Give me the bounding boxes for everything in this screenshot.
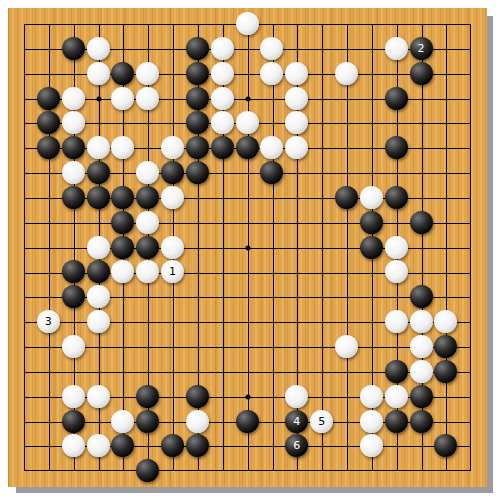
stone-white[interactable] (360, 410, 383, 433)
stone-black[interactable] (410, 410, 433, 433)
stone-white[interactable] (87, 236, 110, 259)
stone-white[interactable] (385, 385, 408, 408)
stone-white[interactable] (236, 111, 259, 134)
stone-white[interactable] (360, 385, 383, 408)
stone-black[interactable] (186, 161, 209, 184)
stone-black[interactable] (87, 186, 110, 209)
stone-black[interactable] (186, 111, 209, 134)
stone-white[interactable] (211, 111, 234, 134)
stone-black[interactable] (260, 161, 283, 184)
stone-black[interactable] (37, 87, 60, 110)
stone-black[interactable] (136, 236, 159, 259)
stone-black[interactable] (62, 136, 85, 159)
stone-black[interactable] (385, 186, 408, 209)
stone-black[interactable] (385, 136, 408, 159)
stone-white[interactable] (385, 37, 408, 60)
stone-black[interactable] (111, 236, 134, 259)
stone-black[interactable] (186, 37, 209, 60)
stone-white[interactable] (87, 285, 110, 308)
stone-white[interactable] (285, 136, 308, 159)
stone-white[interactable] (285, 62, 308, 85)
stone-black[interactable] (186, 434, 209, 457)
stone-black[interactable] (186, 136, 209, 159)
stone-white[interactable] (136, 260, 159, 283)
stone-white[interactable] (260, 62, 283, 85)
stone-black[interactable] (410, 385, 433, 408)
stone-white[interactable] (62, 161, 85, 184)
go-board[interactable]: 213456 (8, 8, 487, 487)
stone-black[interactable] (62, 410, 85, 433)
stone-white[interactable] (136, 87, 159, 110)
stone-white[interactable] (385, 310, 408, 333)
stone-white[interactable] (161, 236, 184, 259)
stone-black[interactable] (360, 236, 383, 259)
stone-white[interactable] (111, 260, 134, 283)
stone-white[interactable] (111, 410, 134, 433)
stone-black[interactable] (186, 385, 209, 408)
stone-white[interactable] (236, 12, 259, 35)
stone-white[interactable] (136, 161, 159, 184)
stone-black[interactable] (136, 410, 159, 433)
stone-white-move-1[interactable]: 1 (161, 260, 184, 283)
stone-white[interactable] (136, 211, 159, 234)
stone-white[interactable] (285, 87, 308, 110)
stone-white[interactable] (385, 236, 408, 259)
stone-black[interactable] (186, 87, 209, 110)
stone-white[interactable] (87, 385, 110, 408)
stone-black[interactable] (434, 434, 457, 457)
stone-white[interactable] (335, 335, 358, 358)
stone-white[interactable] (385, 260, 408, 283)
stone-white[interactable] (62, 385, 85, 408)
stone-white[interactable] (360, 434, 383, 457)
stone-white[interactable] (335, 62, 358, 85)
stone-black-move-2[interactable]: 2 (410, 37, 433, 60)
stone-black[interactable] (434, 335, 457, 358)
stone-black[interactable] (136, 186, 159, 209)
stone-black[interactable] (87, 260, 110, 283)
stone-black[interactable] (161, 434, 184, 457)
stone-black[interactable] (87, 161, 110, 184)
stone-white[interactable] (111, 87, 134, 110)
stone-black[interactable] (62, 285, 85, 308)
stone-black[interactable] (62, 260, 85, 283)
stone-white[interactable] (87, 136, 110, 159)
stone-white[interactable] (62, 434, 85, 457)
stone-black-move-6[interactable]: 6 (285, 434, 308, 457)
stone-white[interactable] (87, 62, 110, 85)
stone-white[interactable] (87, 434, 110, 457)
stone-black[interactable] (211, 136, 234, 159)
stone-white[interactable] (87, 37, 110, 60)
stone-black[interactable] (136, 459, 159, 482)
stone-black[interactable] (111, 434, 134, 457)
stone-black[interactable] (335, 186, 358, 209)
stone-black[interactable] (136, 385, 159, 408)
stone-white[interactable] (87, 310, 110, 333)
stone-white[interactable] (260, 37, 283, 60)
stone-white[interactable] (410, 360, 433, 383)
stone-white[interactable] (161, 186, 184, 209)
stone-black[interactable] (360, 211, 383, 234)
stone-white[interactable] (161, 136, 184, 159)
stone-black[interactable] (37, 111, 60, 134)
stone-white[interactable] (260, 136, 283, 159)
stone-white[interactable] (211, 87, 234, 110)
stone-white[interactable] (410, 335, 433, 358)
stone-white[interactable] (360, 186, 383, 209)
stone-white-move-3[interactable]: 3 (37, 310, 60, 333)
stone-black[interactable] (62, 37, 85, 60)
stone-black[interactable] (385, 410, 408, 433)
stone-white[interactable] (111, 136, 134, 159)
stone-black[interactable] (111, 62, 134, 85)
stone-black[interactable] (410, 211, 433, 234)
stone-white[interactable] (62, 87, 85, 110)
stone-black[interactable] (62, 186, 85, 209)
stone-white[interactable] (211, 37, 234, 60)
stone-white[interactable] (136, 62, 159, 85)
stone-white[interactable] (285, 111, 308, 134)
stone-black[interactable] (434, 360, 457, 383)
stone-black[interactable] (410, 285, 433, 308)
stone-black[interactable] (385, 360, 408, 383)
stone-white[interactable] (62, 111, 85, 134)
stone-white[interactable] (62, 335, 85, 358)
stone-black[interactable] (410, 62, 433, 85)
stone-black[interactable] (186, 62, 209, 85)
stone-black[interactable] (111, 211, 134, 234)
stone-white[interactable] (410, 310, 433, 333)
stone-layer: 213456 (11, 11, 483, 483)
stone-white[interactable] (434, 310, 457, 333)
stone-black[interactable] (37, 136, 60, 159)
stone-black[interactable] (385, 87, 408, 110)
stone-black-move-4[interactable]: 4 (285, 410, 308, 433)
stone-black[interactable] (161, 161, 184, 184)
stone-white[interactable] (285, 385, 308, 408)
stone-white[interactable] (186, 410, 209, 433)
stone-black[interactable] (111, 186, 134, 209)
stone-white-move-5[interactable]: 5 (310, 410, 333, 433)
stone-black[interactable] (236, 410, 259, 433)
stone-white[interactable] (211, 62, 234, 85)
stone-black[interactable] (236, 136, 259, 159)
